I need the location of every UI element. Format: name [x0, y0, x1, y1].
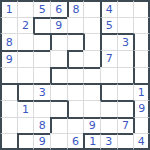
cell-r1c2[interactable] — [17, 0, 34, 17]
cell-r4c5[interactable] — [67, 50, 84, 67]
cell-r7c1[interactable] — [0, 100, 17, 117]
given-digit: 3 — [122, 37, 129, 48]
cell-r9c9: 4 — [133, 133, 150, 150]
cell-r8c4[interactable] — [50, 117, 67, 134]
given-digit: 7 — [106, 53, 113, 64]
cell-r3c4[interactable] — [50, 33, 67, 50]
puzzle-page: 156842958397311989796134 — [0, 0, 150, 150]
given-digit: 3 — [39, 87, 46, 98]
cell-r5c2[interactable] — [17, 67, 34, 84]
cell-r3c3[interactable] — [33, 33, 50, 50]
cell-r1c4: 6 — [50, 0, 67, 17]
given-digit: 4 — [106, 3, 113, 14]
cell-r4c2[interactable] — [17, 50, 34, 67]
cell-r9c2[interactable] — [17, 133, 34, 150]
given-digit: 8 — [6, 36, 13, 47]
cell-r2c8[interactable] — [117, 17, 134, 34]
cell-r5c3[interactable] — [33, 67, 50, 84]
cell-r7c8[interactable] — [117, 100, 134, 117]
cell-r7c2: 1 — [17, 100, 34, 117]
given-digit: 8 — [39, 119, 46, 130]
cell-r5c1[interactable] — [0, 67, 17, 84]
cell-r6c6[interactable] — [83, 83, 100, 100]
given-digit: 1 — [22, 103, 29, 114]
cell-r3c2[interactable] — [17, 33, 34, 50]
cell-r5c4[interactable] — [50, 67, 67, 84]
given-digit: 1 — [138, 87, 145, 98]
given-digit: 6 — [55, 3, 62, 14]
cell-r2c3[interactable] — [33, 17, 50, 34]
cell-r4c7: 7 — [100, 50, 117, 67]
cell-r3c6[interactable] — [83, 33, 100, 50]
cell-r5c6[interactable] — [83, 67, 100, 84]
cell-r9c4[interactable] — [50, 133, 67, 150]
cell-r8c5[interactable] — [67, 117, 84, 134]
cell-r1c3: 5 — [33, 0, 50, 17]
given-digit: 6 — [72, 135, 79, 146]
cell-r6c2[interactable] — [17, 83, 34, 100]
cell-r2c6[interactable] — [83, 17, 100, 34]
cell-r5c5[interactable] — [67, 67, 84, 84]
cell-r8c6: 9 — [83, 117, 100, 134]
given-digit: 4 — [138, 135, 145, 146]
cell-r2c7: 5 — [100, 17, 117, 34]
cell-r5c9[interactable] — [133, 67, 150, 84]
cell-r4c8[interactable] — [117, 50, 134, 67]
cell-r2c2: 2 — [17, 17, 34, 34]
sudoku-board[interactable]: 156842958397311989796134 — [0, 0, 150, 150]
given-digit: 1 — [89, 136, 96, 147]
cell-r4c3[interactable] — [33, 50, 50, 67]
cell-r4c4[interactable] — [50, 50, 67, 67]
cell-r1c1: 1 — [0, 0, 17, 17]
cell-r4c9[interactable] — [133, 50, 150, 67]
cell-r7c7[interactable] — [100, 100, 117, 117]
cell-r9c1[interactable] — [0, 133, 17, 150]
cell-r7c5[interactable] — [67, 100, 84, 117]
given-digit: 7 — [122, 120, 129, 131]
given-digit: 5 — [106, 19, 113, 30]
cell-r7c3[interactable] — [33, 100, 50, 117]
cell-r5c7[interactable] — [100, 67, 117, 84]
cell-r8c8: 7 — [117, 117, 134, 134]
cell-r1c9[interactable] — [133, 0, 150, 17]
cell-r1c7: 4 — [100, 0, 117, 17]
cell-r2c1[interactable] — [0, 17, 17, 34]
cell-r8c3: 8 — [33, 117, 50, 134]
given-digit: 1 — [6, 3, 13, 14]
cell-r9c8[interactable] — [117, 133, 134, 150]
given-digit: 2 — [22, 19, 29, 30]
cell-r9c7: 3 — [100, 133, 117, 150]
cell-r7c9: 9 — [133, 100, 150, 117]
cell-r3c5[interactable] — [67, 33, 84, 50]
cell-r8c9[interactable] — [133, 117, 150, 134]
cell-r6c3: 3 — [33, 83, 50, 100]
given-digit: 9 — [39, 136, 46, 147]
cell-r3c7[interactable] — [100, 33, 117, 50]
given-digit: 9 — [6, 53, 13, 64]
cell-r7c4[interactable] — [50, 100, 67, 117]
cell-r9c5: 6 — [67, 133, 84, 150]
cell-r2c9[interactable] — [133, 17, 150, 34]
cell-r4c6[interactable] — [83, 50, 100, 67]
given-digit: 5 — [39, 3, 46, 14]
cell-r6c4[interactable] — [50, 83, 67, 100]
given-digit: 3 — [105, 136, 112, 147]
cell-r6c1[interactable] — [0, 83, 17, 100]
cell-r1c8[interactable] — [117, 0, 134, 17]
given-digit: 9 — [55, 20, 62, 31]
cell-r3c1: 8 — [0, 33, 17, 50]
cell-r5c8[interactable] — [117, 67, 134, 84]
cell-r4c1: 9 — [0, 50, 17, 67]
cell-r6c5[interactable] — [67, 83, 84, 100]
given-digit: 9 — [138, 103, 145, 114]
cell-r6c8[interactable] — [117, 83, 134, 100]
cell-r3c8: 3 — [117, 33, 134, 50]
given-digit: 8 — [72, 3, 79, 14]
cell-r3c9[interactable] — [133, 33, 150, 50]
cell-r6c9: 1 — [133, 83, 150, 100]
cell-r9c3: 9 — [33, 133, 50, 150]
cell-r9c6: 1 — [83, 133, 100, 150]
cell-r6c7[interactable] — [100, 83, 117, 100]
cell-r2c5[interactable] — [67, 17, 84, 34]
cell-r8c7[interactable] — [100, 117, 117, 134]
cell-r2c4: 9 — [50, 17, 67, 34]
cell-r8c2[interactable] — [17, 117, 34, 134]
cell-r1c5: 8 — [67, 0, 84, 17]
cell-r8c1[interactable] — [0, 117, 17, 134]
cell-r7c6[interactable] — [83, 100, 100, 117]
given-digit: 9 — [89, 120, 96, 131]
cell-r1c6[interactable] — [83, 0, 100, 17]
